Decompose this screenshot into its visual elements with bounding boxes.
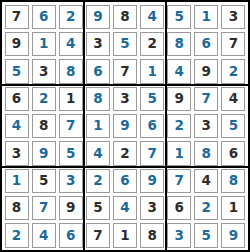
cell-r4c5[interactable]: 3 bbox=[113, 87, 137, 111]
cell-r4c9[interactable]: 4 bbox=[221, 87, 245, 111]
cell-r3c7[interactable]: 4 bbox=[167, 59, 191, 83]
box-divider-vertical-1 bbox=[83, 2, 85, 250]
cell-r3c3[interactable]: 8 bbox=[59, 59, 83, 83]
cell-r9c6[interactable]: 8 bbox=[140, 223, 164, 247]
cell-r2c6[interactable]: 2 bbox=[140, 32, 164, 56]
cell-r1c1[interactable]: 7 bbox=[5, 5, 29, 29]
cell-r1c4[interactable]: 9 bbox=[86, 5, 110, 29]
cell-r1c9[interactable]: 3 bbox=[221, 5, 245, 29]
cell-r9c1[interactable]: 2 bbox=[5, 223, 29, 247]
cell-r6c9[interactable]: 6 bbox=[221, 141, 245, 165]
cell-r9c9[interactable]: 9 bbox=[221, 223, 245, 247]
cell-r5c5[interactable]: 9 bbox=[113, 114, 137, 138]
cell-r1c5[interactable]: 8 bbox=[113, 5, 137, 29]
cell-r2c9[interactable]: 7 bbox=[221, 32, 245, 56]
cell-r6c3[interactable]: 5 bbox=[59, 141, 83, 165]
cell-r8c6[interactable]: 3 bbox=[140, 196, 164, 220]
cell-r2c4[interactable]: 3 bbox=[86, 32, 110, 56]
cell-r2c1[interactable]: 9 bbox=[5, 32, 29, 56]
cell-r6c1[interactable]: 3 bbox=[5, 141, 29, 165]
cell-r6c4[interactable]: 4 bbox=[86, 141, 110, 165]
cell-r8c4[interactable]: 5 bbox=[86, 196, 110, 220]
cell-r8c9[interactable]: 1 bbox=[221, 196, 245, 220]
cell-r4c2[interactable]: 2 bbox=[32, 87, 56, 111]
cell-r3c4[interactable]: 6 bbox=[86, 59, 110, 83]
cell-r9c3[interactable]: 6 bbox=[59, 223, 83, 247]
cell-r6c6[interactable]: 7 bbox=[140, 141, 164, 165]
cell-r8c7[interactable]: 6 bbox=[167, 196, 191, 220]
cell-r2c3[interactable]: 4 bbox=[59, 32, 83, 56]
cell-r2c7[interactable]: 8 bbox=[167, 32, 191, 56]
cell-r7c6[interactable]: 9 bbox=[140, 169, 164, 193]
cell-r4c4[interactable]: 8 bbox=[86, 87, 110, 111]
cell-r4c6[interactable]: 5 bbox=[140, 87, 164, 111]
cell-r8c8[interactable]: 2 bbox=[194, 196, 218, 220]
cell-r3c1[interactable]: 5 bbox=[5, 59, 29, 83]
cell-r7c2[interactable]: 5 bbox=[32, 169, 56, 193]
cell-r4c8[interactable]: 7 bbox=[194, 87, 218, 111]
cell-r3c6[interactable]: 1 bbox=[140, 59, 164, 83]
cell-r2c8[interactable]: 6 bbox=[194, 32, 218, 56]
cell-r8c1[interactable]: 8 bbox=[5, 196, 29, 220]
cell-r5c4[interactable]: 1 bbox=[86, 114, 110, 138]
cell-r3c5[interactable]: 7 bbox=[113, 59, 137, 83]
cell-r3c8[interactable]: 9 bbox=[194, 59, 218, 83]
cell-r3c9[interactable]: 2 bbox=[221, 59, 245, 83]
cell-r6c5[interactable]: 2 bbox=[113, 141, 137, 165]
cell-r4c3[interactable]: 1 bbox=[59, 87, 83, 111]
cell-r7c5[interactable]: 6 bbox=[113, 169, 137, 193]
cell-r7c1[interactable]: 1 bbox=[5, 169, 29, 193]
cell-r4c7[interactable]: 9 bbox=[167, 87, 191, 111]
cell-r7c9[interactable]: 8 bbox=[221, 169, 245, 193]
cell-r1c8[interactable]: 1 bbox=[194, 5, 218, 29]
cell-r3c2[interactable]: 3 bbox=[32, 59, 56, 83]
cell-r8c2[interactable]: 7 bbox=[32, 196, 56, 220]
cell-r9c5[interactable]: 1 bbox=[113, 223, 137, 247]
box-divider-horizontal-2 bbox=[2, 166, 248, 168]
cell-r9c7[interactable]: 3 bbox=[167, 223, 191, 247]
cell-r5c8[interactable]: 3 bbox=[194, 114, 218, 138]
cell-r7c4[interactable]: 2 bbox=[86, 169, 110, 193]
box-divider-vertical-2 bbox=[165, 2, 167, 250]
cell-r6c8[interactable]: 8 bbox=[194, 141, 218, 165]
cell-r6c7[interactable]: 1 bbox=[167, 141, 191, 165]
cell-r8c5[interactable]: 4 bbox=[113, 196, 137, 220]
cell-r8c3[interactable]: 9 bbox=[59, 196, 83, 220]
sudoku-board: 7629845139143528675386714926218359744871… bbox=[0, 0, 250, 252]
cell-r2c2[interactable]: 1 bbox=[32, 32, 56, 56]
cell-r6c2[interactable]: 9 bbox=[32, 141, 56, 165]
cell-r7c7[interactable]: 7 bbox=[167, 169, 191, 193]
cell-r1c2[interactable]: 6 bbox=[32, 5, 56, 29]
cell-r9c4[interactable]: 7 bbox=[86, 223, 110, 247]
cell-r1c6[interactable]: 4 bbox=[140, 5, 164, 29]
cell-r5c7[interactable]: 2 bbox=[167, 114, 191, 138]
cell-r1c3[interactable]: 2 bbox=[59, 5, 83, 29]
cell-r5c9[interactable]: 5 bbox=[221, 114, 245, 138]
cell-r7c8[interactable]: 4 bbox=[194, 169, 218, 193]
cell-r9c8[interactable]: 5 bbox=[194, 223, 218, 247]
cell-r1c7[interactable]: 5 bbox=[167, 5, 191, 29]
cell-r2c5[interactable]: 5 bbox=[113, 32, 137, 56]
cell-r5c2[interactable]: 8 bbox=[32, 114, 56, 138]
box-divider-horizontal-1 bbox=[2, 84, 248, 86]
cell-r5c3[interactable]: 7 bbox=[59, 114, 83, 138]
cell-r7c3[interactable]: 3 bbox=[59, 169, 83, 193]
cell-r5c6[interactable]: 6 bbox=[140, 114, 164, 138]
cell-r9c2[interactable]: 4 bbox=[32, 223, 56, 247]
cell-r5c1[interactable]: 4 bbox=[5, 114, 29, 138]
cell-r4c1[interactable]: 6 bbox=[5, 87, 29, 111]
